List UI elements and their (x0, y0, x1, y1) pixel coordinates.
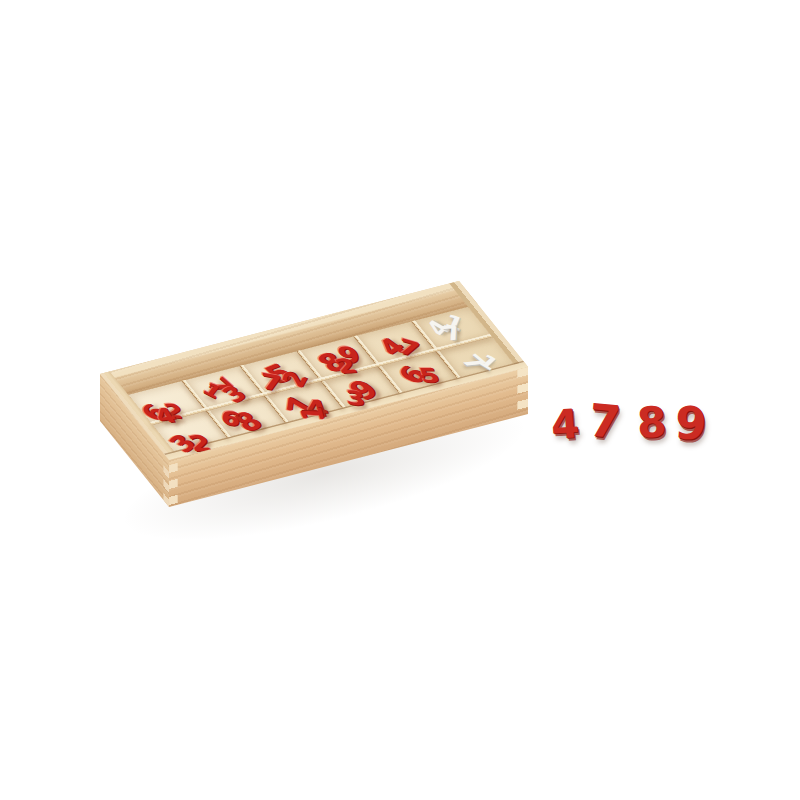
loose-numerals-group: 4789 (0, 0, 800, 800)
product-photo: 624713572892474173286741936571 4789 (0, 0, 800, 800)
loose-numeral-8: 8 (636, 401, 667, 444)
loose-numeral-4: 4 (550, 403, 581, 445)
loose-numeral-9: 9 (673, 400, 707, 447)
loose-numeral-7: 7 (587, 398, 622, 446)
